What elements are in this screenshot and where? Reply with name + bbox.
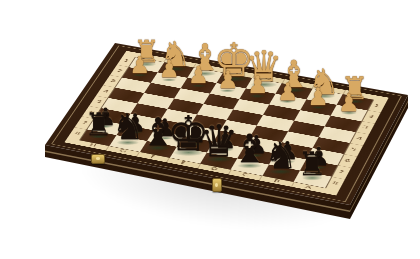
brass-clasp-left bbox=[91, 154, 105, 164]
brass-clasp-front bbox=[212, 178, 222, 192]
chess-set-product-photo: HGFEDCBA HGFEDCBA 12345678 12345678 ♜♞♟♝… bbox=[0, 0, 420, 259]
